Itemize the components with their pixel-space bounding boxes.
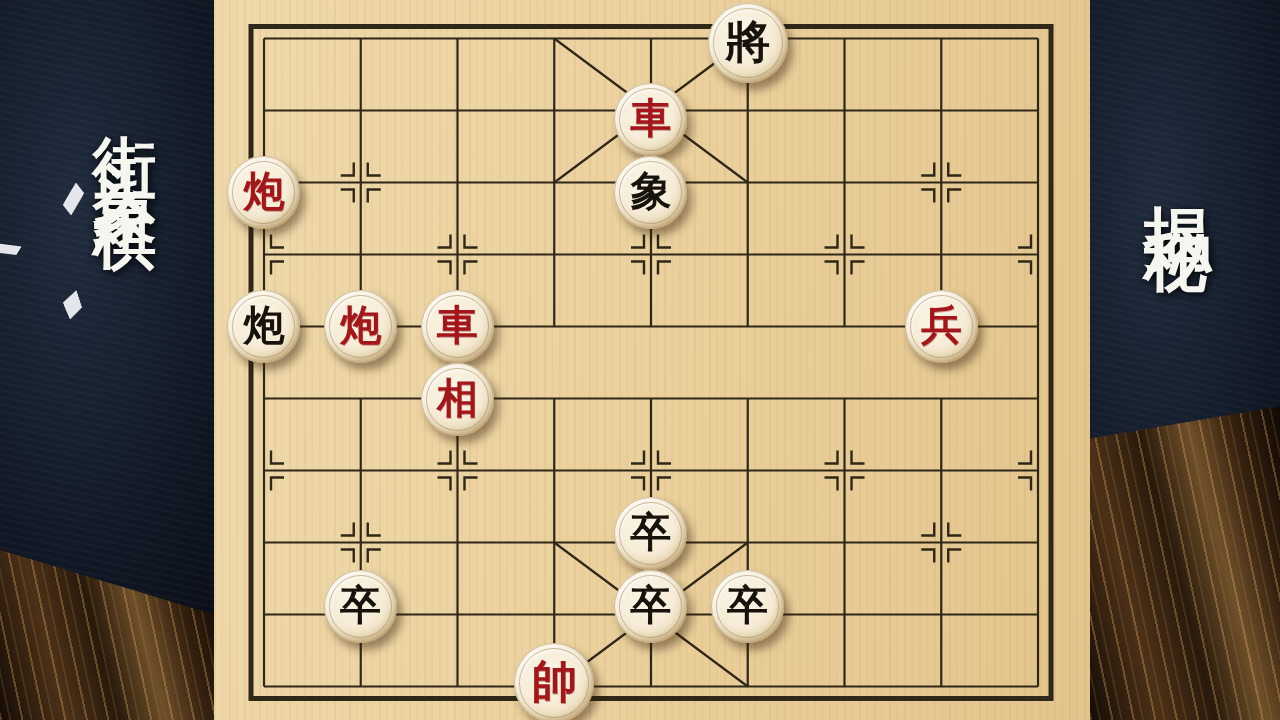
piece-red-chariot[interactable]: 車 (421, 290, 494, 363)
piece-glyph: 車 (630, 98, 671, 139)
right-panel: 揭秘 (1090, 0, 1280, 720)
left-title: 街头象棋 (82, 84, 169, 180)
piece-glyph: 將 (725, 19, 770, 64)
piece-glyph: 炮 (340, 305, 381, 346)
overlay-text-fragment (0, 233, 22, 265)
overlay-text-fragment (60, 181, 87, 216)
piece-red-elephant[interactable]: 相 (421, 363, 494, 436)
wood-floor-right (1090, 400, 1280, 720)
piece-black-soldier[interactable]: 卒 (711, 570, 784, 643)
overlay-text-fragment (60, 290, 84, 320)
piece-glyph: 車 (437, 305, 478, 346)
piece-glyph: 卒 (630, 585, 671, 626)
pieces-layer: 將車炮象炮炮車兵相卒卒卒卒帥 (216, 3, 1087, 720)
piece-glyph: 炮 (243, 171, 284, 212)
piece-red-general[interactable]: 帥 (514, 643, 594, 720)
piece-glyph: 炮 (243, 305, 284, 346)
piece-black-soldier[interactable]: 卒 (614, 570, 687, 643)
video-frame: 街头象棋 將車炮象炮炮車兵相卒卒卒卒帥 揭秘 (0, 0, 1280, 720)
piece-glyph: 帥 (532, 659, 577, 704)
piece-glyph: 卒 (727, 585, 768, 626)
piece-glyph: 卒 (340, 585, 381, 626)
piece-red-cannon[interactable]: 炮 (227, 156, 300, 229)
piece-black-cannon[interactable]: 炮 (227, 290, 300, 363)
xiangqi-board[interactable]: 將車炮象炮炮車兵相卒卒卒卒帥 (214, 0, 1090, 720)
piece-black-elephant[interactable]: 象 (614, 156, 687, 229)
piece-red-chariot[interactable]: 車 (614, 83, 687, 156)
piece-glyph: 相 (437, 378, 478, 419)
piece-glyph: 兵 (921, 305, 962, 346)
piece-red-cannon[interactable]: 炮 (324, 290, 397, 363)
piece-black-soldier[interactable]: 卒 (324, 570, 397, 643)
piece-red-soldier[interactable]: 兵 (905, 290, 978, 363)
wood-floor-left (0, 550, 214, 720)
piece-black-soldier[interactable]: 卒 (614, 497, 687, 570)
piece-glyph: 卒 (630, 512, 671, 553)
left-panel: 街头象棋 (0, 0, 214, 720)
piece-glyph: 象 (630, 171, 671, 212)
piece-black-general[interactable]: 將 (708, 3, 788, 83)
right-title: 揭秘 (1134, 152, 1225, 196)
